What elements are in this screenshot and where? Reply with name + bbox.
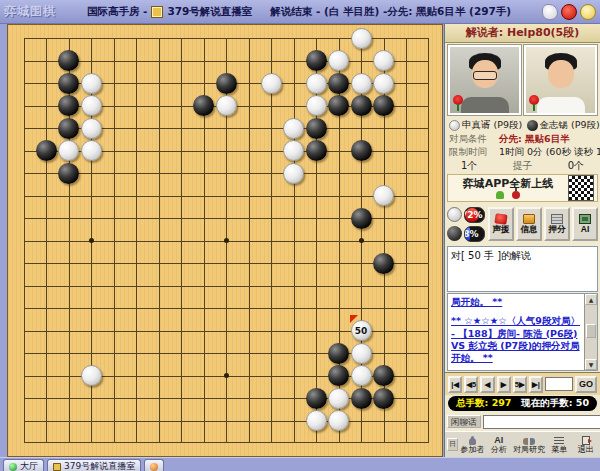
chat-lines: 局开始。 **** ☆★☆★☆〈人气9段对局〉- 【188】房间- 陈浩 (P6…	[451, 296, 583, 368]
star-point	[359, 238, 364, 243]
commentary-text: 对[ 50 手 ]的解说	[451, 250, 531, 261]
star-point	[224, 373, 229, 378]
person-icon	[469, 435, 476, 445]
chat-input-label: 闲聊话	[447, 415, 481, 428]
声援-button[interactable]: 声援	[488, 207, 514, 241]
taskbar-tab-game[interactable]	[144, 459, 164, 471]
hand-icon[interactable]	[542, 4, 558, 20]
bottom-toolbar: 日 参加者AI分析对局研究菜单退出	[445, 431, 600, 457]
people-icon	[523, 435, 535, 445]
forward-5-button[interactable]: 5▶	[513, 376, 527, 393]
sidebar: 解说者: Help80(5段)	[444, 24, 600, 457]
white-stone	[328, 50, 349, 71]
winrate-section: 72% 28% 声援信息押分AI	[445, 203, 600, 245]
black-stone	[351, 95, 372, 116]
title-bar: 弈城围棋 国际高手房 - 379号解说直播室 解说结束 - (白 半目胜) -分…	[0, 0, 600, 24]
toolbar-label: 对局研究	[513, 446, 545, 454]
menu-icon-shape	[554, 437, 564, 445]
押分-button[interactable]: 押分	[544, 207, 570, 241]
white-stone	[351, 365, 372, 386]
taskbar: 大厅379号解说直播室	[0, 457, 600, 471]
rose-icon	[452, 95, 464, 111]
captures-label: 提子	[513, 159, 533, 173]
board-icon	[53, 463, 61, 471]
black-stone-icon	[447, 226, 462, 241]
white-stone	[373, 185, 394, 206]
bet-icon	[551, 214, 563, 224]
ai-icon: AI	[494, 435, 503, 445]
black-stone	[306, 388, 327, 409]
scroll-down-icon[interactable]: ▼	[585, 359, 597, 370]
black-stone	[328, 95, 349, 116]
action-buttons: 声援信息押分AI	[488, 207, 598, 241]
对局研究-button[interactable]: 对局研究	[513, 435, 545, 454]
black-winrate-bar: 28%	[465, 227, 470, 241]
chat-link[interactable]: ** ☆★☆★☆〈人气9段对局〉- 【188】房间- 陈浩 (P6段) VS 彭…	[451, 315, 583, 364]
current-move: 现在的手数: 50	[521, 397, 589, 410]
action-button-label: AI	[581, 225, 590, 234]
app-window: 弈城围棋 国际高手房 - 379号解说直播室 解说结束 - (白 半目胜) -分…	[0, 0, 600, 471]
tab-label: 大厅	[20, 460, 38, 471]
cheer-icon	[494, 213, 507, 225]
black-captures-count: 0个	[568, 159, 584, 173]
time-limit-label: 限制时间	[449, 146, 499, 159]
white-winrate-row: 72%	[447, 207, 485, 223]
captures-row: 1个 提子 0个	[445, 159, 600, 173]
mini-toggle-button[interactable]: 日	[447, 438, 458, 451]
app-banner[interactable]: 弈城APP全新上线	[447, 174, 598, 202]
white-winrate-track: 72%	[464, 207, 485, 223]
back-5-button[interactable]: ◀5	[464, 376, 478, 393]
black-stone	[36, 140, 57, 161]
black-stone	[306, 140, 327, 161]
action-button-label: 声援	[493, 225, 510, 234]
commentator-header: 解说者: Help80(5段)	[445, 24, 600, 43]
total-moves: 总手数: 297	[456, 397, 511, 410]
player-photos	[445, 43, 600, 117]
scroll-thumb[interactable]	[586, 324, 596, 338]
white-stone	[328, 410, 349, 431]
black-stone	[328, 73, 349, 94]
taskbar-tab-379号解说直播室[interactable]: 379号解说直播室	[47, 459, 141, 471]
grid-line	[24, 421, 429, 422]
white-stone	[283, 140, 304, 161]
back-button[interactable]: ◀	[480, 376, 494, 393]
chat-input-row: 闲聊话	[445, 412, 600, 431]
退出-button[interactable]: 退出	[574, 435, 599, 454]
AI-button[interactable]: AI	[572, 207, 598, 241]
white-stone	[351, 28, 372, 49]
people-icon-shape	[523, 438, 535, 445]
toolbar-label: 分析	[491, 446, 507, 454]
move-navigation: |◀◀5◀▶5▶▶| GO	[445, 372, 600, 395]
black-player-name: 金志锡 (P9段)	[540, 119, 600, 132]
white-stone-last-move: 50	[351, 320, 372, 341]
white-stone	[373, 73, 394, 94]
white-stone	[306, 410, 327, 431]
white-stone	[328, 388, 349, 409]
grid-line	[24, 263, 429, 264]
black-stone	[373, 95, 394, 116]
white-player-name-wrap: 申真谞 (P9段)	[445, 119, 523, 132]
white-stone	[306, 95, 327, 116]
white-stone	[216, 95, 237, 116]
black-player-face	[548, 60, 574, 88]
time-limit-row: 限制时间 1时间 0分 (60秒 读秒 1次)	[445, 146, 600, 159]
action-button-label: 信息	[521, 225, 538, 234]
white-stone	[283, 118, 304, 139]
taskbar-tab-大厅[interactable]: 大厅	[3, 459, 44, 471]
game-conditions-row: 对局条件 分先: 黑贴6目半	[445, 133, 600, 146]
grid-line	[406, 38, 407, 443]
grid-line	[249, 38, 250, 443]
black-stone	[58, 95, 79, 116]
apple-icon	[512, 191, 520, 199]
white-stone	[81, 118, 102, 139]
star-point	[89, 238, 94, 243]
black-stone	[328, 365, 349, 386]
move-number-label: 50	[352, 321, 371, 340]
black-player-body	[537, 97, 585, 113]
timer-icon[interactable]	[561, 4, 577, 20]
参加者-button[interactable]: 参加者	[460, 435, 485, 454]
black-stone	[373, 253, 394, 274]
move-number-input[interactable]	[545, 377, 573, 391]
white-winrate-bar: 72%	[465, 208, 479, 222]
go-button[interactable]: GO	[575, 376, 597, 393]
black-stone	[373, 365, 394, 386]
white-stone	[306, 73, 327, 94]
goban-grid: 50	[8, 25, 442, 456]
commentary-box[interactable]: 对[ 50 手 ]的解说	[447, 246, 598, 292]
white-stone-icon	[447, 207, 462, 222]
home-icon	[9, 463, 17, 471]
black-stone	[328, 343, 349, 364]
last-move-button[interactable]: ▶|	[529, 376, 543, 393]
black-stone	[351, 140, 372, 161]
white-stone	[351, 73, 372, 94]
qr-code-image	[568, 175, 594, 201]
white-stone	[81, 365, 102, 386]
white-stone-icon	[449, 120, 460, 131]
white-stone	[351, 343, 372, 364]
black-stone	[373, 388, 394, 409]
chat-input[interactable]	[483, 415, 600, 429]
black-stone	[351, 388, 372, 409]
exit-icon	[582, 435, 590, 445]
rose-icon	[528, 95, 540, 111]
game-icon	[150, 463, 158, 471]
black-player-name-wrap: 金志锡 (P9段)	[523, 119, 600, 132]
main-content: 50 解说者: Help80(5段)	[0, 24, 600, 457]
black-stone-icon	[527, 120, 538, 131]
ai-icon	[579, 214, 591, 224]
black-player-photo	[524, 45, 597, 115]
toolbar-label: 参加者	[460, 446, 484, 454]
black-stone	[58, 163, 79, 184]
forward-button[interactable]: ▶	[497, 376, 511, 393]
信息-button[interactable]: 信息	[516, 207, 542, 241]
black-winrate-value: 28%	[464, 229, 478, 239]
white-winrate-value: 72%	[464, 210, 483, 220]
room-icon	[151, 6, 163, 18]
last-move-flag-icon	[350, 315, 358, 323]
help-icon[interactable]	[580, 4, 596, 20]
chat-link[interactable]: 局开始。 **	[451, 296, 583, 308]
white-stone	[261, 73, 282, 94]
black-stone	[193, 95, 214, 116]
window-title: 国际高手房 - 379号解说直播室 解说结束 - (白 半目胜) -分先: 黑贴…	[56, 5, 542, 19]
room-category-label: 国际高手房 -	[87, 5, 148, 19]
black-stone	[58, 118, 79, 139]
first-move-button[interactable]: |◀	[448, 376, 462, 393]
app-banner-text-wrap: 弈城APP全新上线	[448, 178, 568, 199]
black-stone	[58, 50, 79, 71]
菜单-button[interactable]: 菜单	[547, 435, 572, 454]
chat-scrollbar[interactable]: ▲ ▼	[584, 294, 597, 370]
conditions-value: 分先: 黑贴6目半	[499, 133, 570, 146]
player-names-row: 申真谞 (P9段) 金志锡 (P9段)	[445, 117, 600, 133]
black-stone	[351, 208, 372, 229]
move-counter-bar: 总手数: 297 现在的手数: 50	[448, 396, 597, 411]
titlebar-icons	[542, 4, 596, 20]
info-icon	[523, 214, 535, 224]
glasses-icon	[473, 71, 497, 80]
time-limit-value: 1时间 0分 (60秒 读秒 1次)	[499, 146, 600, 159]
action-button-label: 押分	[549, 225, 566, 234]
black-winrate-row: 28%	[447, 226, 485, 242]
game-result-text: 解说结束 - (白 半目胜) -分先: 黑贴6目半 (297手)	[270, 5, 511, 19]
black-stone	[58, 73, 79, 94]
white-stone	[81, 140, 102, 161]
toolbar-label: 退出	[578, 446, 594, 454]
grid-line	[294, 38, 295, 443]
black-stone	[306, 50, 327, 71]
star-point	[224, 238, 229, 243]
black-stone	[216, 73, 237, 94]
chat-log[interactable]: 局开始。 **** ☆★☆★☆〈人气9段对局〉- 【188】房间- 陈浩 (P6…	[447, 293, 598, 371]
tab-label: 379号解说直播室	[64, 460, 135, 471]
white-captures-count: 1个	[461, 159, 477, 173]
app-banner-icons	[496, 191, 520, 199]
white-player-body	[461, 97, 509, 113]
person-icon-shape	[469, 438, 476, 445]
black-winrate-track: 28%	[464, 226, 485, 242]
menu-icon	[554, 435, 564, 445]
white-stone	[81, 95, 102, 116]
white-player-photo	[448, 45, 521, 115]
android-icon	[496, 191, 504, 199]
white-stone	[58, 140, 79, 161]
white-stone	[373, 50, 394, 71]
grid-line	[24, 286, 429, 287]
scroll-up-icon[interactable]: ▲	[585, 294, 597, 305]
exit-icon-shape	[582, 436, 590, 445]
go-board[interactable]: 50	[7, 24, 443, 457]
grid-line	[24, 308, 429, 309]
black-stone	[306, 118, 327, 139]
app-banner-text: 弈城APP全新上线	[463, 178, 554, 189]
conditions-label: 对局条件	[449, 133, 499, 146]
white-stone	[81, 73, 102, 94]
grid-line	[271, 38, 272, 443]
app-logo: 弈城围棋	[4, 3, 56, 20]
white-player-name: 申真谞 (P9段)	[462, 119, 522, 132]
toolbar-label: 菜单	[551, 446, 567, 454]
white-stone	[283, 163, 304, 184]
room-name-label: 379号解说直播室	[167, 5, 252, 19]
winrate-bars: 72% 28%	[447, 207, 485, 242]
分析-button[interactable]: AI分析	[487, 435, 512, 454]
